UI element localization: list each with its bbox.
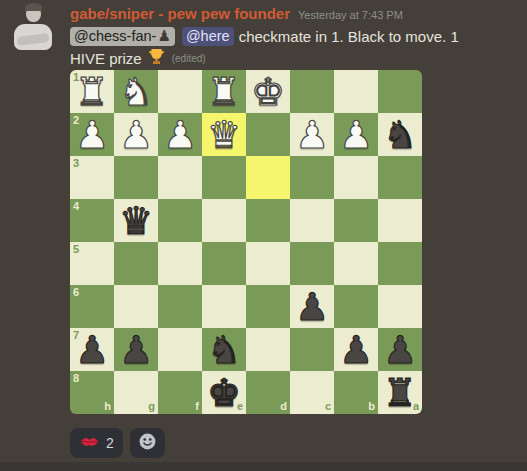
square-d7 [246,328,290,371]
file-label-h: h [104,401,111,412]
square-a4 [378,199,422,242]
piece-white-rook: ♜ [75,73,109,111]
rank-label-8: 8 [73,373,79,384]
piece-white-pawn: ♟ [119,116,153,154]
square-b4 [334,199,378,242]
kiss-mark-icon [79,434,100,453]
rank-label-6: 6 [73,287,79,298]
square-g7: ♟ [114,328,158,371]
square-a6 [378,285,422,328]
square-e3 [202,156,246,199]
square-e8: e♚ [202,371,246,414]
square-a8: a♜ [378,371,422,414]
message-content-line2: HIVE prize (edited) [70,47,206,69]
file-label-b: b [368,401,375,412]
piece-black-knight: ♞ [207,331,241,369]
edited-label: (edited) [172,53,206,64]
piece-white-pawn: ♟ [295,116,329,154]
piece-white-rook: ♜ [207,73,241,111]
square-c6: ♟ [290,285,334,328]
message-content-line1: @chess-fan-♟ @here checkmate in 1. Black… [70,25,459,47]
square-c4 [290,199,334,242]
square-d1: ♚ [246,70,290,113]
square-b2: ♟ [334,113,378,156]
square-b3 [334,156,378,199]
square-f1 [158,70,202,113]
piece-white-pawn: ♟ [75,116,109,154]
square-f2: ♟ [158,113,202,156]
file-label-d: d [280,401,287,412]
piece-white-knight: ♞ [119,73,153,111]
add-reaction-button[interactable] [130,428,165,458]
smiley-icon [138,432,157,455]
pawn-emoji: ♟ [157,29,170,44]
square-c3 [290,156,334,199]
file-label-a: a [413,401,419,412]
square-h1: 1♜ [70,70,114,113]
square-g2: ♟ [114,113,158,156]
mention-chess-fan[interactable]: @chess-fan-♟ [70,27,175,46]
square-c1 [290,70,334,113]
square-f5 [158,242,202,285]
square-e7: ♞ [202,328,246,371]
rank-label-7: 7 [73,330,79,341]
rank-label-4: 4 [73,201,79,212]
square-a2: ♞ [378,113,422,156]
square-h7: 7♟ [70,328,114,371]
square-g8: g [114,371,158,414]
message-header: gabe/sniper - pew pew founder Yesterday … [70,5,403,22]
square-h5: 5 [70,242,114,285]
square-b5 [334,242,378,285]
reaction-kiss-count: 2 [106,435,114,451]
message-text-1: checkmate in 1. Black to move. 1 [239,28,459,45]
piece-white-queen: ♛ [207,116,241,154]
square-g1: ♞ [114,70,158,113]
square-e5 [202,242,246,285]
square-h4: 4 [70,199,114,242]
mention-chess-fan-label: @chess-fan- [74,28,156,44]
square-e2: ♛ [202,113,246,156]
rank-label-3: 3 [73,158,79,169]
avatar-hair [25,3,42,11]
square-f4 [158,199,202,242]
square-e1: ♜ [202,70,246,113]
timestamp: Yesterday at 7:43 PM [298,9,403,21]
square-d2 [246,113,290,156]
file-label-e: e [237,401,243,412]
rank-label-1: 1 [73,72,79,83]
square-d3 [246,156,290,199]
file-label-f: f [195,401,199,412]
square-e6 [202,285,246,328]
trophy-emoji [147,47,166,69]
next-message-divider [0,462,527,471]
square-c2: ♟ [290,113,334,156]
file-label-g: g [148,401,155,412]
rank-label-5: 5 [73,244,79,255]
square-h3: 3 [70,156,114,199]
piece-white-king: ♚ [251,73,285,111]
piece-black-pawn: ♟ [295,288,329,326]
square-a7: ♟ [378,328,422,371]
username[interactable]: gabe/sniper - pew pew founder [70,5,290,22]
square-g3 [114,156,158,199]
square-g4: ♛ [114,199,158,242]
square-c7 [290,328,334,371]
square-f3 [158,156,202,199]
reaction-kiss[interactable]: 2 [70,428,123,458]
square-a1 [378,70,422,113]
square-b7: ♟ [334,328,378,371]
piece-black-pawn: ♟ [119,331,153,369]
piece-black-pawn: ♟ [75,331,109,369]
square-b6 [334,285,378,328]
piece-white-pawn: ♟ [339,116,373,154]
piece-black-queen: ♛ [119,202,153,240]
square-a3 [378,156,422,199]
square-f8: f [158,371,202,414]
square-e4 [202,199,246,242]
piece-black-knight: ♞ [383,116,417,154]
square-b8: b [334,371,378,414]
square-g5 [114,242,158,285]
file-label-c: c [325,401,331,412]
piece-black-pawn: ♟ [339,331,373,369]
square-d6 [246,285,290,328]
square-g6 [114,285,158,328]
square-c5 [290,242,334,285]
avatar[interactable] [9,2,57,52]
rank-label-2: 2 [73,115,79,126]
chess-board[interactable]: 1♜♞♜♚2♟♟♟♛♟♟♞34♛56♟7♟♟♞♟♟8hgfe♚dcba♜ [70,70,422,414]
square-f7 [158,328,202,371]
square-h2: 2♟ [70,113,114,156]
mention-here[interactable]: @here [182,27,234,46]
message-text-2: HIVE prize [70,50,142,67]
square-h8: 8h [70,371,114,414]
square-d5 [246,242,290,285]
square-b1 [334,70,378,113]
piece-black-pawn: ♟ [383,331,417,369]
square-h6: 6 [70,285,114,328]
square-c8: c [290,371,334,414]
square-a5 [378,242,422,285]
square-d4 [246,199,290,242]
square-f6 [158,285,202,328]
square-d8: d [246,371,290,414]
reactions-row: 2 [70,428,165,458]
piece-white-pawn: ♟ [163,116,197,154]
